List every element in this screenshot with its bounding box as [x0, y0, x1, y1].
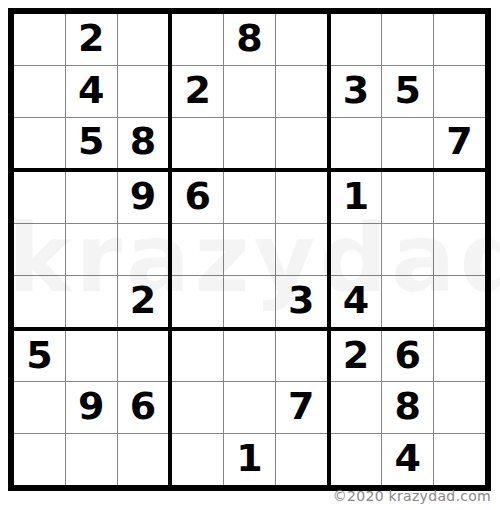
- cell-r5c5[interactable]: [224, 224, 275, 275]
- cell-r8c8[interactable]: 8: [382, 382, 433, 433]
- cell-r4c1[interactable]: [14, 172, 65, 223]
- cell-r3c8[interactable]: [382, 118, 433, 169]
- cell-r3c9[interactable]: 7: [434, 118, 485, 169]
- cell-r9c7[interactable]: [331, 434, 382, 485]
- cell-r1c5[interactable]: 8: [224, 14, 275, 65]
- cell-r1c1[interactable]: [14, 14, 65, 65]
- cell-r2c7[interactable]: 3: [331, 66, 382, 117]
- cell-r4c2[interactable]: [66, 172, 117, 223]
- cell-r8c5[interactable]: [224, 382, 275, 433]
- cell-r1c8[interactable]: [382, 14, 433, 65]
- cell-r6c8[interactable]: [382, 276, 433, 327]
- box-4: 92: [14, 172, 168, 326]
- cell-r1c3[interactable]: [118, 14, 169, 65]
- cell-r6c6[interactable]: 3: [276, 276, 327, 327]
- box-7: 596: [14, 331, 168, 485]
- cell-r7c9[interactable]: [434, 331, 485, 382]
- cell-r8c9[interactable]: [434, 382, 485, 433]
- cell-r2c1[interactable]: [14, 66, 65, 117]
- cell-r4c3[interactable]: 9: [118, 172, 169, 223]
- cell-r2c8[interactable]: 5: [382, 66, 433, 117]
- cell-r3c7[interactable]: [331, 118, 382, 169]
- cell-r5c2[interactable]: [66, 224, 117, 275]
- cell-r1c2[interactable]: 2: [66, 14, 117, 65]
- cell-r4c7[interactable]: 1: [331, 172, 382, 223]
- cell-r5c4[interactable]: [172, 224, 223, 275]
- cell-r9c6[interactable]: [276, 434, 327, 485]
- cell-r7c1[interactable]: 5: [14, 331, 65, 382]
- box-8: 71: [172, 331, 326, 485]
- cell-r7c3[interactable]: [118, 331, 169, 382]
- cell-r4c8[interactable]: [382, 172, 433, 223]
- cell-r8c2[interactable]: 9: [66, 382, 117, 433]
- cell-r4c9[interactable]: [434, 172, 485, 223]
- cell-r6c4[interactable]: [172, 276, 223, 327]
- cell-r7c6[interactable]: [276, 331, 327, 382]
- cell-r8c4[interactable]: [172, 382, 223, 433]
- cell-r2c9[interactable]: [434, 66, 485, 117]
- cell-r6c5[interactable]: [224, 276, 275, 327]
- cell-r6c1[interactable]: [14, 276, 65, 327]
- cell-r3c2[interactable]: 5: [66, 118, 117, 169]
- cell-r7c7[interactable]: 2: [331, 331, 382, 382]
- cell-r6c7[interactable]: 4: [331, 276, 382, 327]
- cell-r3c1[interactable]: [14, 118, 65, 169]
- cell-r3c4[interactable]: [172, 118, 223, 169]
- cell-r4c6[interactable]: [276, 172, 327, 223]
- cell-r7c2[interactable]: [66, 331, 117, 382]
- cell-r9c1[interactable]: [14, 434, 65, 485]
- box-6: 14: [331, 172, 485, 326]
- cell-r1c7[interactable]: [331, 14, 382, 65]
- cell-r7c8[interactable]: 6: [382, 331, 433, 382]
- cell-r5c8[interactable]: [382, 224, 433, 275]
- cell-r9c3[interactable]: [118, 434, 169, 485]
- box-5: 63: [172, 172, 326, 326]
- cell-r6c2[interactable]: [66, 276, 117, 327]
- cell-r4c5[interactable]: [224, 172, 275, 223]
- cell-r5c1[interactable]: [14, 224, 65, 275]
- cell-r1c6[interactable]: [276, 14, 327, 65]
- cell-r7c4[interactable]: [172, 331, 223, 382]
- cell-r8c7[interactable]: [331, 382, 382, 433]
- cell-r5c3[interactable]: [118, 224, 169, 275]
- cell-r2c6[interactable]: [276, 66, 327, 117]
- cell-r7c5[interactable]: [224, 331, 275, 382]
- cell-r6c9[interactable]: [434, 276, 485, 327]
- cell-r4c4[interactable]: 6: [172, 172, 223, 223]
- cell-r1c4[interactable]: [172, 14, 223, 65]
- cell-r9c5[interactable]: 1: [224, 434, 275, 485]
- sudoku-board: 245882357926314596712684: [8, 8, 491, 491]
- box-9: 2684: [331, 331, 485, 485]
- cell-r9c8[interactable]: 4: [382, 434, 433, 485]
- cell-r8c1[interactable]: [14, 382, 65, 433]
- cell-r2c5[interactable]: [224, 66, 275, 117]
- cell-r9c2[interactable]: [66, 434, 117, 485]
- cell-r5c7[interactable]: [331, 224, 382, 275]
- cell-r5c9[interactable]: [434, 224, 485, 275]
- cell-r5c6[interactable]: [276, 224, 327, 275]
- cell-r8c6[interactable]: 7: [276, 382, 327, 433]
- cell-r8c3[interactable]: 6: [118, 382, 169, 433]
- cell-r9c9[interactable]: [434, 434, 485, 485]
- cell-r3c6[interactable]: [276, 118, 327, 169]
- cell-r3c5[interactable]: [224, 118, 275, 169]
- cell-r9c4[interactable]: [172, 434, 223, 485]
- box-2: 82: [172, 14, 326, 168]
- cell-r2c3[interactable]: [118, 66, 169, 117]
- cell-r3c3[interactable]: 8: [118, 118, 169, 169]
- cell-r1c9[interactable]: [434, 14, 485, 65]
- cell-r6c3[interactable]: 2: [118, 276, 169, 327]
- cell-r2c4[interactable]: 2: [172, 66, 223, 117]
- box-3: 357: [331, 14, 485, 168]
- copyright-text: ©2020 krazydad.com: [333, 488, 491, 504]
- cell-r2c2[interactable]: 4: [66, 66, 117, 117]
- box-1: 2458: [14, 14, 168, 168]
